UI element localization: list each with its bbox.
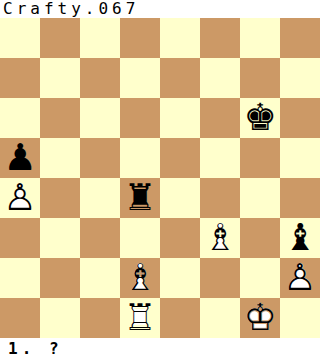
square-h5[interactable] <box>280 138 320 178</box>
square-c2[interactable] <box>80 258 120 298</box>
square-g8[interactable] <box>240 18 280 58</box>
square-f1[interactable] <box>200 298 240 338</box>
square-e5[interactable] <box>160 138 200 178</box>
square-a8[interactable] <box>0 18 40 58</box>
square-g7[interactable] <box>240 58 280 98</box>
square-b7[interactable] <box>40 58 80 98</box>
square-d8[interactable] <box>120 18 160 58</box>
square-a6[interactable] <box>0 98 40 138</box>
square-a3[interactable] <box>0 218 40 258</box>
square-a1[interactable] <box>0 298 40 338</box>
square-a2[interactable] <box>0 258 40 298</box>
square-g3[interactable] <box>240 218 280 258</box>
white-bishop-piece: ♝♗ <box>200 218 240 258</box>
square-c5[interactable] <box>80 138 120 178</box>
white-pawn-piece: ♟♙ <box>280 258 320 298</box>
square-e3[interactable] <box>160 218 200 258</box>
square-h4[interactable] <box>280 178 320 218</box>
black-king-piece: ♚ <box>240 98 280 138</box>
square-g4[interactable] <box>240 178 280 218</box>
move-prompt: 1. ? <box>0 338 320 360</box>
window-title: Crafty.067 <box>0 0 320 18</box>
square-c3[interactable] <box>80 218 120 258</box>
square-e1[interactable] <box>160 298 200 338</box>
square-f3[interactable]: ♝♗ <box>200 218 240 258</box>
square-d3[interactable] <box>120 218 160 258</box>
square-f2[interactable] <box>200 258 240 298</box>
white-rook-piece: ♜♖ <box>120 298 160 338</box>
square-a7[interactable] <box>0 58 40 98</box>
square-d5[interactable] <box>120 138 160 178</box>
square-h1[interactable] <box>280 298 320 338</box>
square-h3[interactable]: ♝ <box>280 218 320 258</box>
black-pawn-piece: ♟ <box>0 138 40 178</box>
square-d7[interactable] <box>120 58 160 98</box>
square-c8[interactable] <box>80 18 120 58</box>
square-h2[interactable]: ♟♙ <box>280 258 320 298</box>
black-rook-piece: ♜ <box>120 178 160 218</box>
white-king-piece: ♚♔ <box>240 298 280 338</box>
square-g2[interactable] <box>240 258 280 298</box>
chess-board: ♚♟♟♙♜♝♗♝♝♗♟♙♜♖♚♔ <box>0 18 320 338</box>
square-d4[interactable]: ♜ <box>120 178 160 218</box>
square-h7[interactable] <box>280 58 320 98</box>
square-e2[interactable] <box>160 258 200 298</box>
square-g6[interactable]: ♚ <box>240 98 280 138</box>
square-b8[interactable] <box>40 18 80 58</box>
black-bishop-piece: ♝ <box>280 218 320 258</box>
square-b3[interactable] <box>40 218 80 258</box>
square-h6[interactable] <box>280 98 320 138</box>
white-bishop-piece: ♝♗ <box>120 258 160 298</box>
square-c1[interactable] <box>80 298 120 338</box>
square-e4[interactable] <box>160 178 200 218</box>
square-c7[interactable] <box>80 58 120 98</box>
white-pawn-piece: ♟♙ <box>0 178 40 218</box>
square-g5[interactable] <box>240 138 280 178</box>
square-f8[interactable] <box>200 18 240 58</box>
square-f5[interactable] <box>200 138 240 178</box>
square-d2[interactable]: ♝♗ <box>120 258 160 298</box>
square-e8[interactable] <box>160 18 200 58</box>
square-g1[interactable]: ♚♔ <box>240 298 280 338</box>
square-a5[interactable]: ♟ <box>0 138 40 178</box>
square-e7[interactable] <box>160 58 200 98</box>
square-b5[interactable] <box>40 138 80 178</box>
square-d6[interactable] <box>120 98 160 138</box>
square-b4[interactable] <box>40 178 80 218</box>
square-b2[interactable] <box>40 258 80 298</box>
square-f6[interactable] <box>200 98 240 138</box>
square-c6[interactable] <box>80 98 120 138</box>
square-b6[interactable] <box>40 98 80 138</box>
square-a4[interactable]: ♟♙ <box>0 178 40 218</box>
square-f7[interactable] <box>200 58 240 98</box>
square-e6[interactable] <box>160 98 200 138</box>
square-c4[interactable] <box>80 178 120 218</box>
square-f4[interactable] <box>200 178 240 218</box>
square-d1[interactable]: ♜♖ <box>120 298 160 338</box>
square-b1[interactable] <box>40 298 80 338</box>
square-h8[interactable] <box>280 18 320 58</box>
